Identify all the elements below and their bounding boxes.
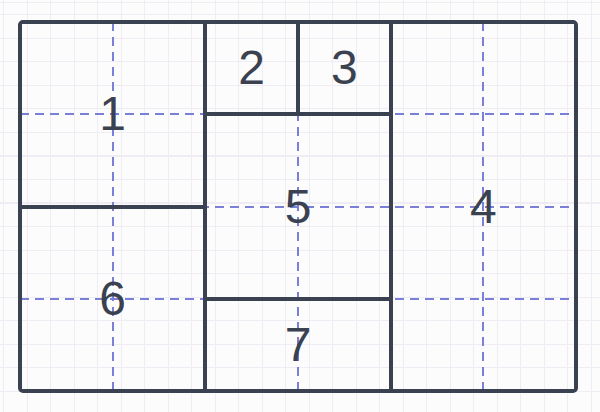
region-4-label: 4 bbox=[470, 183, 497, 231]
region-2[interactable]: 2 bbox=[205, 22, 298, 114]
region-7-label: 7 bbox=[285, 321, 312, 369]
region-3[interactable]: 3 bbox=[298, 22, 391, 114]
region-7[interactable]: 7 bbox=[205, 299, 390, 391]
region-2-label: 2 bbox=[238, 44, 265, 92]
region-6-label: 6 bbox=[99, 275, 126, 323]
region-5-label: 5 bbox=[285, 183, 312, 231]
region-1[interactable]: 1 bbox=[20, 22, 205, 207]
region-1-label: 1 bbox=[99, 90, 126, 138]
region-grid: 1 2 3 4 5 6 7 bbox=[20, 22, 576, 391]
region-5[interactable]: 5 bbox=[205, 114, 390, 299]
region-6[interactable]: 6 bbox=[20, 207, 205, 392]
region-4[interactable]: 4 bbox=[391, 22, 576, 391]
drawing-canvas: 1 2 3 4 5 6 7 bbox=[0, 0, 600, 412]
region-3-label: 3 bbox=[331, 44, 358, 92]
partition-board: 1 2 3 4 5 6 7 bbox=[18, 20, 578, 393]
